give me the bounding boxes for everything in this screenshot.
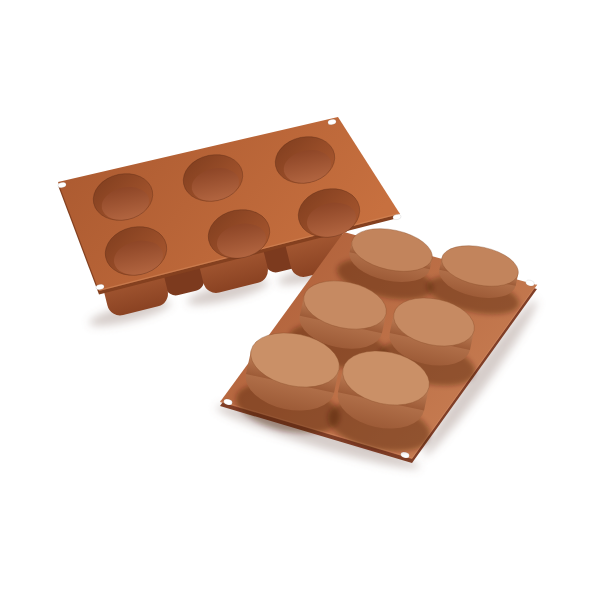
product-photo <box>0 0 600 600</box>
mold-scene <box>0 0 600 600</box>
